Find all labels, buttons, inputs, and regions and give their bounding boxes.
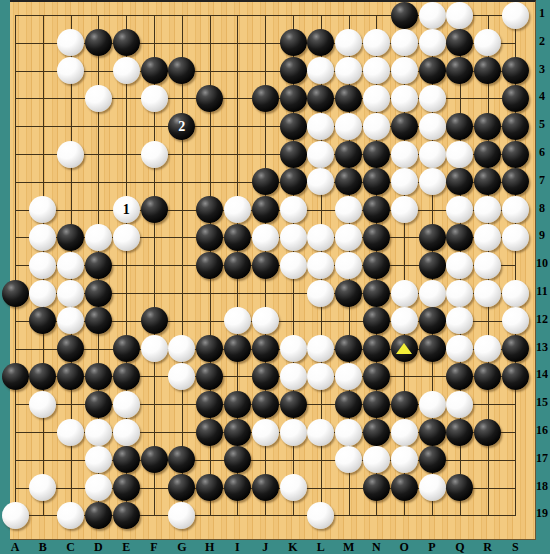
white-stone-K13[interactable]	[280, 335, 307, 362]
white-stone-E16[interactable]	[113, 419, 140, 446]
row-label-12: 12	[534, 313, 550, 326]
white-stone-M14[interactable]	[335, 363, 362, 390]
white-stone-L3[interactable]	[307, 57, 334, 84]
black-stone-Q2[interactable]	[446, 29, 473, 56]
white-stone-O7[interactable]	[391, 168, 418, 195]
black-stone-N12[interactable]	[363, 307, 390, 334]
white-stone-O11[interactable]	[391, 280, 418, 307]
black-stone-N15[interactable]	[363, 391, 390, 418]
white-stone-M10[interactable]	[335, 252, 362, 279]
black-stone-P17[interactable]	[419, 446, 446, 473]
column-label-G: G	[174, 541, 190, 554]
black-stone-H18[interactable]	[196, 474, 223, 501]
white-stone-L14[interactable]	[307, 363, 334, 390]
white-stone-O12[interactable]	[391, 307, 418, 334]
black-stone-F3[interactable]	[141, 57, 168, 84]
white-stone-C11[interactable]	[57, 280, 84, 307]
row-label-10: 10	[534, 257, 550, 270]
column-label-A: A	[7, 541, 23, 554]
white-stone-L11[interactable]	[307, 280, 334, 307]
white-stone-C19[interactable]	[57, 502, 84, 529]
white-stone-O8[interactable]	[391, 196, 418, 223]
black-stone-S13[interactable]	[502, 335, 529, 362]
black-stone-H16[interactable]	[196, 419, 223, 446]
black-stone-Q14[interactable]	[446, 363, 473, 390]
column-label-H: H	[202, 541, 218, 554]
black-stone-L4[interactable]	[307, 85, 334, 112]
white-stone-G13[interactable]	[168, 335, 195, 362]
black-stone-M15[interactable]	[335, 391, 362, 418]
black-stone-R16[interactable]	[474, 419, 501, 446]
black-stone-J7[interactable]	[252, 168, 279, 195]
black-stone-Q3[interactable]	[446, 57, 473, 84]
black-stone-D15[interactable]	[85, 391, 112, 418]
white-stone-S1[interactable]	[502, 2, 529, 29]
white-stone-P1[interactable]	[419, 2, 446, 29]
black-stone-A14[interactable]	[2, 363, 29, 390]
row-label-8: 8	[534, 202, 550, 215]
white-stone-Q8[interactable]	[446, 196, 473, 223]
black-stone-E18[interactable]	[113, 474, 140, 501]
column-label-C: C	[63, 541, 79, 554]
black-stone-O1[interactable]	[391, 2, 418, 29]
row-label-5: 5	[534, 118, 550, 131]
white-stone-E9[interactable]	[113, 224, 140, 251]
move-label-2-G5: 2	[168, 113, 195, 140]
white-stone-P15[interactable]	[419, 391, 446, 418]
white-stone-L16[interactable]	[307, 419, 334, 446]
white-stone-B18[interactable]	[29, 474, 56, 501]
white-stone-O6[interactable]	[391, 141, 418, 168]
black-stone-K7[interactable]	[280, 168, 307, 195]
black-stone-I13[interactable]	[224, 335, 251, 362]
white-stone-B15[interactable]	[29, 391, 56, 418]
black-stone-S3[interactable]	[502, 57, 529, 84]
black-stone-K15[interactable]	[280, 391, 307, 418]
white-stone-M17[interactable]	[335, 446, 362, 473]
black-stone-N13[interactable]	[363, 335, 390, 362]
white-stone-L5[interactable]	[307, 113, 334, 140]
white-stone-K10[interactable]	[280, 252, 307, 279]
white-stone-M9[interactable]	[335, 224, 362, 251]
row-label-4: 4	[534, 90, 550, 103]
row-label-15: 15	[534, 396, 550, 409]
black-stone-M7[interactable]	[335, 168, 362, 195]
white-stone-B11[interactable]	[29, 280, 56, 307]
black-stone-P9[interactable]	[419, 224, 446, 251]
black-stone-P12[interactable]	[419, 307, 446, 334]
black-stone-E19[interactable]	[113, 502, 140, 529]
white-stone-K18[interactable]	[280, 474, 307, 501]
white-stone-O4[interactable]	[391, 85, 418, 112]
black-stone-P13[interactable]	[419, 335, 446, 362]
white-stone-P6[interactable]	[419, 141, 446, 168]
column-label-D: D	[90, 541, 106, 554]
white-stone-S12[interactable]	[502, 307, 529, 334]
column-label-P: P	[424, 541, 440, 554]
black-stone-K3[interactable]	[280, 57, 307, 84]
black-stone-F12[interactable]	[141, 307, 168, 334]
white-stone-L9[interactable]	[307, 224, 334, 251]
black-stone-N16[interactable]	[363, 419, 390, 446]
white-stone-K9[interactable]	[280, 224, 307, 251]
column-label-O: O	[396, 541, 412, 554]
white-stone-I12[interactable]	[224, 307, 251, 334]
black-stone-H14[interactable]	[196, 363, 223, 390]
black-stone-F8[interactable]	[141, 196, 168, 223]
white-stone-D17[interactable]	[85, 446, 112, 473]
white-stone-M16[interactable]	[335, 419, 362, 446]
white-stone-R9[interactable]	[474, 224, 501, 251]
row-label-2: 2	[534, 35, 550, 48]
white-stone-S8[interactable]	[502, 196, 529, 223]
black-stone-M13[interactable]	[335, 335, 362, 362]
column-label-Q: Q	[452, 541, 468, 554]
white-stone-Q13[interactable]	[446, 335, 473, 362]
black-stone-D12[interactable]	[85, 307, 112, 334]
black-stone-S4[interactable]	[502, 85, 529, 112]
white-stone-P18[interactable]	[419, 474, 446, 501]
white-stone-G14[interactable]	[168, 363, 195, 390]
white-stone-A19[interactable]	[2, 502, 29, 529]
black-stone-O15[interactable]	[391, 391, 418, 418]
white-stone-P4[interactable]	[419, 85, 446, 112]
white-stone-R10[interactable]	[474, 252, 501, 279]
white-stone-L10[interactable]	[307, 252, 334, 279]
black-stone-J15[interactable]	[252, 391, 279, 418]
black-stone-M4[interactable]	[335, 85, 362, 112]
row-label-1: 1	[534, 7, 550, 20]
triangle-marker-O13	[396, 343, 412, 354]
go-board[interactable]: 12	[10, 0, 536, 540]
black-stone-N18[interactable]	[363, 474, 390, 501]
black-stone-E13[interactable]	[113, 335, 140, 362]
white-stone-R11[interactable]	[474, 280, 501, 307]
column-label-J: J	[257, 541, 273, 554]
white-stone-N2[interactable]	[363, 29, 390, 56]
black-stone-S14[interactable]	[502, 363, 529, 390]
black-stone-N11[interactable]	[363, 280, 390, 307]
white-stone-F13[interactable]	[141, 335, 168, 362]
white-stone-P11[interactable]	[419, 280, 446, 307]
row-label-16: 16	[534, 424, 550, 437]
white-stone-C2[interactable]	[57, 29, 84, 56]
black-stone-P3[interactable]	[419, 57, 446, 84]
row-label-14: 14	[534, 368, 550, 381]
black-stone-J10[interactable]	[252, 252, 279, 279]
white-stone-R8[interactable]	[474, 196, 501, 223]
black-stone-H9[interactable]	[196, 224, 223, 251]
go-board-frame: 12 ABCDEFGHIJKLMNOPQRS 12345678910111213…	[0, 0, 550, 554]
black-stone-A11[interactable]	[2, 280, 29, 307]
white-stone-R13[interactable]	[474, 335, 501, 362]
black-stone-K5[interactable]	[280, 113, 307, 140]
column-label-B: B	[35, 541, 51, 554]
white-stone-J16[interactable]	[252, 419, 279, 446]
white-stone-E3[interactable]	[113, 57, 140, 84]
black-stone-K2[interactable]	[280, 29, 307, 56]
column-label-F: F	[146, 541, 162, 554]
black-stone-K6[interactable]	[280, 141, 307, 168]
white-stone-S11[interactable]	[502, 280, 529, 307]
row-label-9: 9	[534, 229, 550, 242]
black-stone-I10[interactable]	[224, 252, 251, 279]
black-stone-J8[interactable]	[252, 196, 279, 223]
black-stone-N10[interactable]	[363, 252, 390, 279]
black-stone-M11[interactable]	[335, 280, 362, 307]
black-stone-J18[interactable]	[252, 474, 279, 501]
black-stone-S5[interactable]	[502, 113, 529, 140]
white-stone-E15[interactable]	[113, 391, 140, 418]
column-label-R: R	[480, 541, 496, 554]
column-label-L: L	[313, 541, 329, 554]
white-stone-D4[interactable]	[85, 85, 112, 112]
white-stone-M5[interactable]	[335, 113, 362, 140]
white-stone-P7[interactable]	[419, 168, 446, 195]
white-stone-Q6[interactable]	[446, 141, 473, 168]
row-label-19: 19	[534, 507, 550, 520]
white-stone-L19[interactable]	[307, 502, 334, 529]
black-stone-I9[interactable]	[224, 224, 251, 251]
row-label-3: 3	[534, 63, 550, 76]
move-label-1-E8: 1	[113, 196, 140, 223]
black-stone-I15[interactable]	[224, 391, 251, 418]
white-stone-K14[interactable]	[280, 363, 307, 390]
column-label-K: K	[285, 541, 301, 554]
white-stone-N3[interactable]	[363, 57, 390, 84]
white-stone-O17[interactable]	[391, 446, 418, 473]
black-stone-H8[interactable]	[196, 196, 223, 223]
black-stone-I16[interactable]	[224, 419, 251, 446]
white-stone-Q12[interactable]	[446, 307, 473, 334]
black-stone-C9[interactable]	[57, 224, 84, 251]
black-stone-H4[interactable]	[196, 85, 223, 112]
black-stone-E17[interactable]	[113, 446, 140, 473]
black-stone-N8[interactable]	[363, 196, 390, 223]
white-stone-B8[interactable]	[29, 196, 56, 223]
white-stone-O16[interactable]	[391, 419, 418, 446]
black-stone-E2[interactable]	[113, 29, 140, 56]
black-stone-G17[interactable]	[168, 446, 195, 473]
black-stone-B12[interactable]	[29, 307, 56, 334]
white-stone-S9[interactable]	[502, 224, 529, 251]
black-stone-Q16[interactable]	[446, 419, 473, 446]
black-stone-D19[interactable]	[85, 502, 112, 529]
black-stone-S6[interactable]	[502, 141, 529, 168]
white-stone-N5[interactable]	[363, 113, 390, 140]
column-label-S: S	[507, 541, 523, 554]
black-stone-N7[interactable]	[363, 168, 390, 195]
black-stone-H13[interactable]	[196, 335, 223, 362]
white-stone-L13[interactable]	[307, 335, 334, 362]
black-stone-G3[interactable]	[168, 57, 195, 84]
white-stone-Q1[interactable]	[446, 2, 473, 29]
row-label-6: 6	[534, 146, 550, 159]
white-stone-P5[interactable]	[419, 113, 446, 140]
black-stone-N6[interactable]	[363, 141, 390, 168]
white-stone-D16[interactable]	[85, 419, 112, 446]
white-stone-N4[interactable]	[363, 85, 390, 112]
white-stone-L7[interactable]	[307, 168, 334, 195]
white-stone-D9[interactable]	[85, 224, 112, 251]
black-stone-F17[interactable]	[141, 446, 168, 473]
black-stone-R3[interactable]	[474, 57, 501, 84]
black-stone-D10[interactable]	[85, 252, 112, 279]
white-stone-C10[interactable]	[57, 252, 84, 279]
black-stone-E14[interactable]	[113, 363, 140, 390]
black-stone-I18[interactable]	[224, 474, 251, 501]
white-stone-G19[interactable]	[168, 502, 195, 529]
white-stone-Q15[interactable]	[446, 391, 473, 418]
black-stone-Q18[interactable]	[446, 474, 473, 501]
white-stone-F6[interactable]	[141, 141, 168, 168]
black-stone-J4[interactable]	[252, 85, 279, 112]
column-label-M: M	[341, 541, 357, 554]
row-label-7: 7	[534, 174, 550, 187]
white-stone-C6[interactable]	[57, 141, 84, 168]
white-stone-C16[interactable]	[57, 419, 84, 446]
white-stone-K16[interactable]	[280, 419, 307, 446]
black-stone-Q5[interactable]	[446, 113, 473, 140]
black-stone-O18[interactable]	[391, 474, 418, 501]
black-stone-N14[interactable]	[363, 363, 390, 390]
row-label-11: 11	[534, 285, 550, 298]
row-label-17: 17	[534, 452, 550, 465]
black-stone-P10[interactable]	[419, 252, 446, 279]
black-stone-B14[interactable]	[29, 363, 56, 390]
white-stone-K8[interactable]	[280, 196, 307, 223]
black-stone-S7[interactable]	[502, 168, 529, 195]
white-stone-Q11[interactable]	[446, 280, 473, 307]
white-stone-J9[interactable]	[252, 224, 279, 251]
white-stone-F4[interactable]	[141, 85, 168, 112]
white-stone-I8[interactable]	[224, 196, 251, 223]
white-stone-L6[interactable]	[307, 141, 334, 168]
black-stone-Q7[interactable]	[446, 168, 473, 195]
white-stone-B9[interactable]	[29, 224, 56, 251]
black-stone-R6[interactable]	[474, 141, 501, 168]
white-stone-R2[interactable]	[474, 29, 501, 56]
black-stone-J13[interactable]	[252, 335, 279, 362]
column-label-N: N	[368, 541, 384, 554]
black-stone-C14[interactable]	[57, 363, 84, 390]
row-label-18: 18	[534, 480, 550, 493]
black-stone-G18[interactable]	[168, 474, 195, 501]
white-stone-P2[interactable]	[419, 29, 446, 56]
white-stone-B10[interactable]	[29, 252, 56, 279]
white-stone-C3[interactable]	[57, 57, 84, 84]
black-stone-I17[interactable]	[224, 446, 251, 473]
black-stone-R7[interactable]	[474, 168, 501, 195]
column-label-E: E	[118, 541, 134, 554]
white-stone-M8[interactable]	[335, 196, 362, 223]
black-stone-D14[interactable]	[85, 363, 112, 390]
black-stone-R5[interactable]	[474, 113, 501, 140]
white-stone-O2[interactable]	[391, 29, 418, 56]
column-label-I: I	[229, 541, 245, 554]
white-stone-Q10[interactable]	[446, 252, 473, 279]
white-stone-C12[interactable]	[57, 307, 84, 334]
black-stone-C13[interactable]	[57, 335, 84, 362]
black-stone-D11[interactable]	[85, 280, 112, 307]
white-stone-D18[interactable]	[85, 474, 112, 501]
black-stone-P16[interactable]	[419, 419, 446, 446]
white-stone-M2[interactable]	[335, 29, 362, 56]
black-stone-D2[interactable]	[85, 29, 112, 56]
black-stone-J14[interactable]	[252, 363, 279, 390]
row-label-13: 13	[534, 341, 550, 354]
white-stone-O3[interactable]	[391, 57, 418, 84]
black-stone-K4[interactable]	[280, 85, 307, 112]
black-stone-O5[interactable]	[391, 113, 418, 140]
white-stone-N17[interactable]	[363, 446, 390, 473]
black-stone-M6[interactable]	[335, 141, 362, 168]
black-stone-L2[interactable]	[307, 29, 334, 56]
white-stone-M3[interactable]	[335, 57, 362, 84]
white-stone-J12[interactable]	[252, 307, 279, 334]
black-stone-H10[interactable]	[196, 252, 223, 279]
black-stone-N9[interactable]	[363, 224, 390, 251]
black-stone-R14[interactable]	[474, 363, 501, 390]
black-stone-Q9[interactable]	[446, 224, 473, 251]
black-stone-H15[interactable]	[196, 391, 223, 418]
